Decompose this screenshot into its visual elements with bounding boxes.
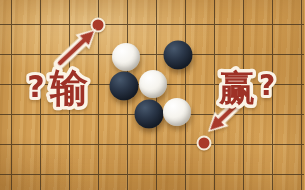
board-cell[interactable] <box>244 85 273 115</box>
board-cell[interactable] <box>12 145 41 175</box>
board-cell[interactable] <box>273 115 302 145</box>
board-cell[interactable] <box>12 55 41 85</box>
board-cell[interactable] <box>273 145 302 175</box>
board-cell[interactable] <box>302 85 305 115</box>
board-cell[interactable] <box>41 175 70 190</box>
board-cell[interactable] <box>41 115 70 145</box>
board-cell[interactable] <box>128 0 157 25</box>
black-stone[interactable] <box>109 72 138 101</box>
board-cell[interactable] <box>215 55 244 85</box>
board-cell[interactable] <box>0 175 12 190</box>
board-cell[interactable] <box>41 25 70 55</box>
board-cell[interactable] <box>70 145 99 175</box>
board-cell[interactable] <box>0 85 12 115</box>
board-cell[interactable] <box>302 145 305 175</box>
board-cell[interactable] <box>244 115 273 145</box>
board-cell[interactable] <box>70 115 99 145</box>
board-cell[interactable] <box>41 85 70 115</box>
white-stone[interactable] <box>139 70 167 98</box>
board-cell[interactable] <box>244 145 273 175</box>
board-cell[interactable] <box>302 115 305 145</box>
board-cell[interactable] <box>244 25 273 55</box>
board-cell[interactable] <box>186 0 215 25</box>
board-cell[interactable] <box>273 55 302 85</box>
board-cell[interactable] <box>128 175 157 190</box>
board-cell[interactable] <box>12 25 41 55</box>
board-cell[interactable] <box>41 0 70 25</box>
white-stone[interactable] <box>163 98 191 126</box>
board-cell[interactable] <box>302 0 305 25</box>
board-cell[interactable] <box>244 0 273 25</box>
board-cell[interactable] <box>70 175 99 190</box>
board-cell[interactable] <box>273 0 302 25</box>
board-cell[interactable] <box>99 145 128 175</box>
board-cell[interactable] <box>0 25 12 55</box>
board-cell[interactable] <box>0 0 12 25</box>
board-cell[interactable] <box>128 145 157 175</box>
board-cell[interactable] <box>0 115 12 145</box>
board-cell[interactable] <box>157 145 186 175</box>
board-cell[interactable] <box>99 175 128 190</box>
board-cell[interactable] <box>215 115 244 145</box>
board-cell[interactable] <box>157 0 186 25</box>
board-cell[interactable] <box>157 175 186 190</box>
board-cell[interactable] <box>12 0 41 25</box>
board-cell[interactable] <box>41 55 70 85</box>
white-stone[interactable] <box>112 43 140 71</box>
board-cell[interactable] <box>215 85 244 115</box>
board-cell[interactable] <box>215 145 244 175</box>
board-cell[interactable] <box>70 85 99 115</box>
board-cell[interactable] <box>215 25 244 55</box>
board-cell[interactable] <box>12 115 41 145</box>
board-cell[interactable] <box>186 175 215 190</box>
red-dot-marker <box>91 18 106 33</box>
board-cell[interactable] <box>273 175 302 190</box>
board-cell[interactable] <box>244 55 273 85</box>
board-cell[interactable] <box>70 55 99 85</box>
board-cell[interactable] <box>0 145 12 175</box>
board-cell[interactable] <box>302 175 305 190</box>
board-cell[interactable] <box>273 85 302 115</box>
board-cell[interactable] <box>215 0 244 25</box>
board-cell[interactable] <box>302 25 305 55</box>
board-cell[interactable] <box>0 55 12 85</box>
board-cell[interactable] <box>99 115 128 145</box>
board-cell[interactable] <box>12 175 41 190</box>
black-stone[interactable] <box>134 100 163 129</box>
board-cell[interactable] <box>41 145 70 175</box>
board-cell[interactable] <box>273 25 302 55</box>
red-dot-marker <box>197 136 212 151</box>
board-cell[interactable] <box>12 85 41 115</box>
board-cell[interactable] <box>302 55 305 85</box>
board-cell[interactable] <box>244 175 273 190</box>
go-board-photo: ? 输 赢 ? <box>0 0 304 190</box>
black-stone[interactable] <box>163 41 192 70</box>
board-cell[interactable] <box>215 175 244 190</box>
